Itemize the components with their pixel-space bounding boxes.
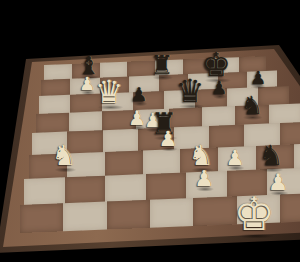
chess-scene: ♝♜♚♟♟♟♟♛♛♞♟♟♜♟♟♞♞♞♟♟♚ <box>0 0 300 262</box>
piece-white-queen-c6[interactable]: ♛ <box>95 76 124 108</box>
piece-black-king-g8[interactable]: ♚ <box>201 48 231 81</box>
piece-white-king-f1[interactable]: ♚ <box>233 191 274 237</box>
square-e1[interactable] <box>193 196 236 225</box>
square-g1[interactable] <box>280 193 300 222</box>
square-c3[interactable] <box>104 150 142 176</box>
piece-white-pawn-e2[interactable]: ♟ <box>194 168 214 190</box>
square-b2[interactable] <box>65 176 106 204</box>
piece-black-knight-g3[interactable]: ♞ <box>258 142 283 170</box>
piece-black-pawn-d6[interactable]: ♟ <box>130 85 147 104</box>
square-h3[interactable] <box>293 143 300 169</box>
piece-white-pawn-b7[interactable]: ♟ <box>79 75 95 93</box>
square-a2[interactable] <box>24 177 65 205</box>
piece-black-rook-e8[interactable]: ♜ <box>150 52 173 78</box>
piece-black-pawn-h7[interactable]: ♟ <box>250 69 266 87</box>
square-a5[interactable] <box>36 113 69 134</box>
square-a1[interactable] <box>20 203 63 232</box>
piece-black-knight-g6[interactable]: ♞ <box>241 93 263 118</box>
piece-black-pawn-f7[interactable]: ♟ <box>211 79 227 97</box>
piece-white-pawn-f3[interactable]: ♟ <box>226 148 245 169</box>
square-d1[interactable] <box>150 198 193 227</box>
piece-black-queen-f6[interactable]: ♛ <box>176 75 205 107</box>
piece-white-knight-a3[interactable]: ♞ <box>51 142 76 170</box>
piece-white-pawn-d3[interactable]: ♟ <box>159 129 178 150</box>
square-a6[interactable] <box>39 95 70 115</box>
square-f5[interactable] <box>202 106 235 127</box>
square-d3[interactable] <box>142 149 180 175</box>
square-b1[interactable] <box>63 202 106 231</box>
square-b5[interactable] <box>69 111 102 132</box>
square-d2[interactable] <box>146 172 187 200</box>
square-c2[interactable] <box>105 174 146 202</box>
square-c4[interactable] <box>103 129 138 153</box>
square-c1[interactable] <box>107 200 150 229</box>
square-h5[interactable] <box>268 103 300 124</box>
